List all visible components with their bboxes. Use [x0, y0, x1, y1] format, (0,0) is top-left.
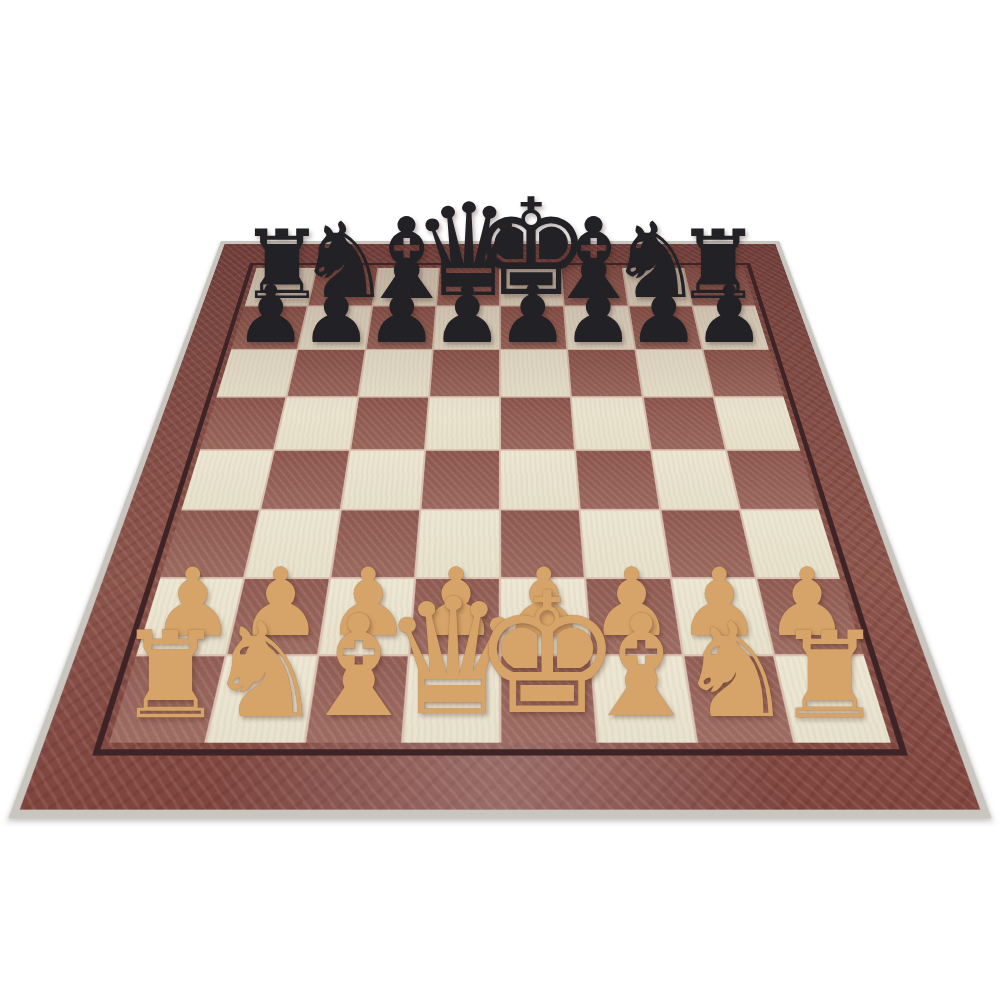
- piece-black-pawn-c7[interactable]: ♟: [366, 274, 438, 354]
- piece-white-rook-h1[interactable]: ♜: [776, 616, 884, 736]
- photo-stage: ♜♞♝♛♚♝♞♜♟♟♟♟♟♟♟♟♟♟♟♟♟♟♟♟♜♞♝♛♚♝♞♜: [0, 0, 1000, 1000]
- piece-black-pawn-e7[interactable]: ♟: [497, 274, 569, 354]
- piece-black-pawn-d7[interactable]: ♟: [432, 274, 504, 354]
- piece-black-pawn-g7[interactable]: ♟: [628, 274, 700, 354]
- piece-black-pawn-f7[interactable]: ♟: [562, 274, 634, 354]
- piece-black-pawn-h7[interactable]: ♟: [693, 274, 765, 354]
- piece-black-pawn-a7[interactable]: ♟: [235, 274, 307, 354]
- pieces-layer: ♜♞♝♛♚♝♞♜♟♟♟♟♟♟♟♟♟♟♟♟♟♟♟♟♜♞♝♛♚♝♞♜: [0, 0, 1000, 1000]
- piece-black-pawn-b7[interactable]: ♟: [301, 274, 373, 354]
